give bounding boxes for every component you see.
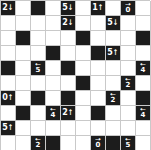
empty-cell[interactable]: [106, 121, 121, 136]
empty-cell[interactable]: [76, 46, 91, 61]
empty-cell[interactable]: [31, 76, 46, 91]
clue-number: 0: [126, 7, 131, 14]
black-cell: [91, 46, 106, 61]
clue-cell: ←2: [106, 91, 121, 106]
empty-cell[interactable]: [46, 76, 61, 91]
empty-cell[interactable]: [76, 1, 91, 16]
arrow-left-icon: ←: [125, 138, 131, 142]
empty-cell[interactable]: [61, 31, 76, 46]
clue-cell: 0↑: [1, 91, 16, 106]
clue-cell: →0: [91, 136, 106, 150]
clue-cell: →0: [121, 1, 136, 16]
empty-cell[interactable]: [76, 61, 91, 76]
arrow-right-icon: →: [125, 3, 131, 7]
empty-cell[interactable]: [16, 91, 31, 106]
clue-text: 5↑: [107, 49, 118, 57]
arrow-left-icon: ←: [35, 138, 41, 142]
arrow-up-icon: ↑: [113, 49, 118, 57]
empty-cell[interactable]: [76, 136, 91, 150]
empty-cell[interactable]: [121, 31, 136, 46]
empty-cell[interactable]: [46, 16, 61, 31]
clue-cell: 1↑: [91, 1, 106, 16]
clue-number: 5: [126, 142, 131, 149]
black-cell: [16, 31, 31, 46]
empty-cell[interactable]: [31, 31, 46, 46]
empty-cell[interactable]: [136, 121, 151, 136]
empty-cell[interactable]: [76, 91, 91, 106]
black-cell: [106, 136, 121, 150]
clue-number: 2: [111, 97, 116, 104]
clue-cell: 5↑: [106, 46, 121, 61]
clue-cell: ←4: [46, 106, 61, 121]
arrow-down-icon: ↓: [68, 4, 73, 12]
clue-cell: 5↓: [106, 16, 121, 31]
empty-cell[interactable]: [136, 136, 151, 150]
empty-cell[interactable]: [46, 121, 61, 136]
empty-cell[interactable]: [121, 61, 136, 76]
empty-cell[interactable]: [46, 31, 61, 46]
black-cell: [31, 1, 46, 16]
clue-text: 2↑: [62, 109, 73, 117]
black-cell: [16, 106, 31, 121]
empty-cell[interactable]: [61, 136, 76, 150]
arrow-down-icon: ↓: [8, 4, 13, 12]
empty-cell[interactable]: [136, 76, 151, 91]
empty-cell[interactable]: [76, 106, 91, 121]
empty-cell[interactable]: [91, 76, 106, 91]
empty-cell[interactable]: [16, 1, 31, 16]
empty-cell[interactable]: [121, 91, 136, 106]
empty-cell[interactable]: [16, 46, 31, 61]
empty-cell[interactable]: [61, 46, 76, 61]
clue-number: 4: [141, 67, 146, 74]
clue-text: →0: [125, 2, 131, 14]
arrow-right-icon: →: [95, 138, 101, 142]
empty-cell[interactable]: [1, 46, 16, 61]
empty-cell[interactable]: [121, 121, 136, 136]
clue-text: 1↑: [92, 4, 103, 12]
black-cell: [91, 106, 106, 121]
arrow-left-icon: ←: [125, 78, 131, 82]
empty-cell[interactable]: [91, 91, 106, 106]
empty-cell[interactable]: [16, 61, 31, 76]
clue-text: ←5: [125, 137, 131, 149]
clue-text: 5↓: [62, 4, 73, 12]
empty-cell[interactable]: [136, 1, 151, 16]
empty-cell[interactable]: [31, 106, 46, 121]
empty-cell[interactable]: [76, 16, 91, 31]
clue-text: ←4: [50, 107, 56, 119]
clue-text: ←2: [125, 77, 131, 89]
arrow-left-icon: ←: [140, 63, 146, 67]
clue-cell: 5↓: [61, 1, 76, 16]
empty-cell[interactable]: [1, 136, 16, 150]
empty-cell[interactable]: [61, 76, 76, 91]
clue-text: 5↓: [107, 19, 118, 27]
clue-number: 4: [141, 112, 146, 119]
clue-number: 0: [96, 142, 101, 149]
clue-number: 5: [36, 67, 41, 74]
black-cell: [1, 61, 16, 76]
clue-text: ←2: [35, 137, 41, 149]
arrow-up-icon: ↑: [68, 109, 73, 117]
empty-cell[interactable]: [136, 16, 151, 31]
empty-cell[interactable]: [106, 31, 121, 46]
empty-cell[interactable]: [46, 61, 61, 76]
empty-cell[interactable]: [121, 16, 136, 31]
black-cell: [136, 91, 151, 106]
empty-cell[interactable]: [106, 61, 121, 76]
clue-cell: ←4: [136, 61, 151, 76]
clue-cell: ←2: [121, 76, 136, 91]
clue-cell: 2↓: [61, 16, 76, 31]
empty-cell[interactable]: [16, 136, 31, 150]
empty-cell[interactable]: [136, 46, 151, 61]
empty-cell[interactable]: [1, 106, 16, 121]
clue-number: 2: [36, 142, 41, 149]
clue-cell: ←2: [31, 136, 46, 150]
clue-cell: 2↓: [1, 1, 16, 16]
arrow-down-icon: ↓: [113, 19, 118, 27]
empty-cell[interactable]: [46, 1, 61, 16]
black-cell: [46, 136, 61, 150]
clue-text: ←4: [140, 62, 146, 74]
clue-text: ←5: [35, 62, 41, 74]
empty-cell[interactable]: [31, 46, 46, 61]
puzzle-grid: 2↓5↓1↑→02↓5↓5↑←5←4←20↑←2←42↑←45↑←2→0←5: [0, 0, 150, 150]
clue-cell: 2↑: [61, 106, 76, 121]
empty-cell[interactable]: [106, 76, 121, 91]
clue-text: 2↓: [2, 4, 13, 12]
empty-cell[interactable]: [46, 91, 61, 106]
clue-text: →0: [95, 137, 101, 149]
empty-cell[interactable]: [91, 31, 106, 46]
empty-cell[interactable]: [76, 121, 91, 136]
arrow-left-icon: ←: [110, 93, 116, 97]
arrow-left-icon: ←: [35, 63, 41, 67]
clue-number: 2: [126, 82, 131, 89]
clue-text: ←4: [140, 107, 146, 119]
empty-cell[interactable]: [31, 16, 46, 31]
empty-cell[interactable]: [106, 1, 121, 16]
arrow-up-icon: ↑: [8, 94, 13, 102]
clue-cell: ←4: [136, 106, 151, 121]
arrow-down-icon: ↓: [68, 19, 73, 27]
black-cell: [61, 61, 76, 76]
empty-cell[interactable]: [106, 106, 121, 121]
clue-cell: 5↑: [1, 121, 16, 136]
empty-cell[interactable]: [91, 16, 106, 31]
clue-text: ←2: [110, 92, 116, 104]
empty-cell[interactable]: [91, 121, 106, 136]
empty-cell[interactable]: [91, 61, 106, 76]
black-cell: [46, 46, 61, 61]
empty-cell[interactable]: [1, 16, 16, 31]
empty-cell[interactable]: [31, 121, 46, 136]
empty-cell[interactable]: [16, 76, 31, 91]
empty-cell[interactable]: [16, 16, 31, 31]
empty-cell[interactable]: [121, 106, 136, 121]
clue-text: 5↑: [2, 124, 13, 132]
black-cell: [76, 76, 91, 91]
empty-cell[interactable]: [61, 121, 76, 136]
arrow-left-icon: ←: [50, 108, 56, 112]
clue-cell: ←5: [31, 61, 46, 76]
clue-number: 4: [51, 112, 56, 119]
arrow-up-icon: ↑: [98, 4, 103, 12]
empty-cell[interactable]: [121, 46, 136, 61]
arrow-up-icon: ↑: [8, 124, 13, 132]
black-cell: [31, 91, 46, 106]
clue-text: 2↓: [62, 19, 73, 27]
empty-cell[interactable]: [1, 76, 16, 91]
clue-cell: ←5: [121, 136, 136, 150]
clue-text: 0↑: [2, 94, 13, 102]
black-cell: [61, 91, 76, 106]
black-cell: [76, 31, 91, 46]
arrow-left-icon: ←: [140, 108, 146, 112]
empty-cell[interactable]: [1, 31, 16, 46]
empty-cell[interactable]: [16, 121, 31, 136]
black-cell: [136, 31, 151, 46]
